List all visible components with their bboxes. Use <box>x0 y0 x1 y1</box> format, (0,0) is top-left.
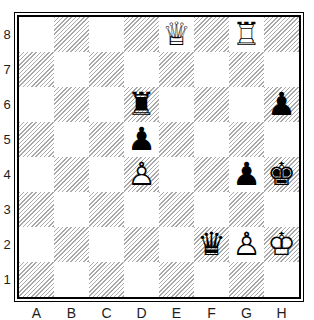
square-g6[interactable] <box>229 87 264 122</box>
square-e2[interactable] <box>159 227 194 262</box>
square-f5[interactable] <box>194 122 229 157</box>
square-f2[interactable]: ♛ <box>194 227 229 262</box>
file-label-h: H <box>264 305 299 320</box>
square-d7[interactable] <box>124 52 159 87</box>
chess-diagram: 87654321 ♛♕♜♖♜♟♟♟♙♟♚♛♟♙♚♔ ABCDEFGH <box>0 12 304 320</box>
rank-label-1: 1 <box>0 262 14 297</box>
piece-outline-layer: ♙ <box>229 227 264 262</box>
square-e6[interactable] <box>159 87 194 122</box>
square-e1[interactable] <box>159 262 194 297</box>
square-d8[interactable] <box>124 17 159 52</box>
white-pawn: ♟♙ <box>229 227 264 262</box>
square-e5[interactable] <box>159 122 194 157</box>
square-b7[interactable] <box>54 52 89 87</box>
square-e8[interactable]: ♛♕ <box>159 17 194 52</box>
file-labels: ABCDEFGH <box>19 305 304 320</box>
square-e4[interactable] <box>159 157 194 192</box>
square-d3[interactable] <box>124 192 159 227</box>
piece-outline-layer: ♕ <box>159 17 194 52</box>
square-b2[interactable] <box>54 227 89 262</box>
square-d2[interactable] <box>124 227 159 262</box>
square-e7[interactable] <box>159 52 194 87</box>
square-c5[interactable] <box>89 122 124 157</box>
square-a1[interactable] <box>19 262 54 297</box>
square-f7[interactable] <box>194 52 229 87</box>
square-c1[interactable] <box>89 262 124 297</box>
black-queen: ♛ <box>194 227 229 262</box>
square-a8[interactable] <box>19 17 54 52</box>
black-pawn: ♟ <box>229 157 264 192</box>
piece-outline-layer: ♔ <box>264 227 299 262</box>
square-a5[interactable] <box>19 122 54 157</box>
white-king: ♚♔ <box>264 227 299 262</box>
square-h3[interactable] <box>264 192 299 227</box>
file-label-c: C <box>89 305 124 320</box>
file-label-g: G <box>229 305 264 320</box>
square-g3[interactable] <box>229 192 264 227</box>
square-c2[interactable] <box>89 227 124 262</box>
square-c7[interactable] <box>89 52 124 87</box>
piece-outline-layer: ♙ <box>124 157 159 192</box>
square-g8[interactable]: ♜♖ <box>229 17 264 52</box>
square-d5[interactable]: ♟ <box>124 122 159 157</box>
square-d6[interactable]: ♜ <box>124 87 159 122</box>
file-label-b: B <box>54 305 89 320</box>
square-h7[interactable] <box>264 52 299 87</box>
square-f4[interactable] <box>194 157 229 192</box>
square-c8[interactable] <box>89 17 124 52</box>
square-h6[interactable]: ♟ <box>264 87 299 122</box>
square-a2[interactable] <box>19 227 54 262</box>
square-a4[interactable] <box>19 157 54 192</box>
square-c4[interactable] <box>89 157 124 192</box>
square-h5[interactable] <box>264 122 299 157</box>
square-g5[interactable] <box>229 122 264 157</box>
square-b4[interactable] <box>54 157 89 192</box>
rank-label-8: 8 <box>0 17 14 52</box>
square-a6[interactable] <box>19 87 54 122</box>
square-b1[interactable] <box>54 262 89 297</box>
white-rook: ♜♖ <box>229 17 264 52</box>
square-b8[interactable] <box>54 17 89 52</box>
square-g1[interactable] <box>229 262 264 297</box>
square-b6[interactable] <box>54 87 89 122</box>
rank-label-3: 3 <box>0 192 14 227</box>
square-h2[interactable]: ♚♔ <box>264 227 299 262</box>
rank-label-6: 6 <box>0 87 14 122</box>
square-h4[interactable]: ♚ <box>264 157 299 192</box>
rank-label-7: 7 <box>0 52 14 87</box>
black-rook: ♜ <box>124 87 159 122</box>
square-a7[interactable] <box>19 52 54 87</box>
white-queen: ♛♕ <box>159 17 194 52</box>
square-c3[interactable] <box>89 192 124 227</box>
square-f3[interactable] <box>194 192 229 227</box>
square-f1[interactable] <box>194 262 229 297</box>
black-king: ♚ <box>264 157 299 192</box>
square-f8[interactable] <box>194 17 229 52</box>
rank-label-4: 4 <box>0 157 14 192</box>
piece-outline-layer: ♖ <box>229 17 264 52</box>
square-g2[interactable]: ♟♙ <box>229 227 264 262</box>
square-g4[interactable]: ♟ <box>229 157 264 192</box>
square-h8[interactable] <box>264 17 299 52</box>
board-frame: ♛♕♜♖♜♟♟♟♙♟♚♛♟♙♚♔ <box>14 12 304 302</box>
black-pawn: ♟ <box>264 87 299 122</box>
square-e3[interactable] <box>159 192 194 227</box>
square-a3[interactable] <box>19 192 54 227</box>
square-b3[interactable] <box>54 192 89 227</box>
rank-label-2: 2 <box>0 227 14 262</box>
square-h1[interactable] <box>264 262 299 297</box>
square-d1[interactable] <box>124 262 159 297</box>
black-pawn: ♟ <box>124 122 159 157</box>
square-b5[interactable] <box>54 122 89 157</box>
chess-board: ♛♕♜♖♜♟♟♟♙♟♚♛♟♙♚♔ <box>17 15 301 299</box>
file-label-a: A <box>19 305 54 320</box>
rank-labels: 87654321 <box>0 12 14 302</box>
file-label-d: D <box>124 305 159 320</box>
file-label-f: F <box>194 305 229 320</box>
square-c6[interactable] <box>89 87 124 122</box>
square-g7[interactable] <box>229 52 264 87</box>
rank-label-5: 5 <box>0 122 14 157</box>
file-label-e: E <box>159 305 194 320</box>
square-f6[interactable] <box>194 87 229 122</box>
white-pawn: ♟♙ <box>124 157 159 192</box>
square-d4[interactable]: ♟♙ <box>124 157 159 192</box>
